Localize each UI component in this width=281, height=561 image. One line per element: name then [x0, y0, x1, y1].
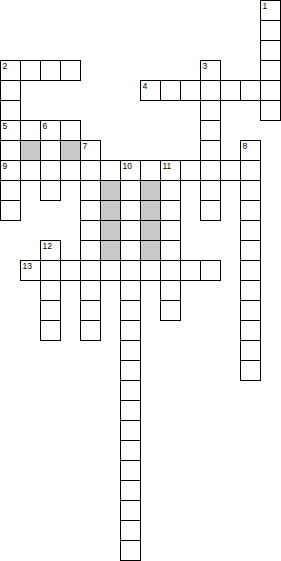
crossword-cell[interactable]	[200, 140, 221, 161]
crossword-cell[interactable]	[120, 480, 141, 501]
crossword-cell[interactable]	[260, 20, 281, 41]
crossword-cell[interactable]	[240, 360, 261, 381]
crossword-cell[interactable]	[240, 320, 261, 341]
crossword-cell[interactable]	[160, 180, 181, 201]
crossword-cell[interactable]	[260, 0, 281, 21]
crossword-cell[interactable]	[40, 180, 61, 201]
crossword-cell[interactable]	[100, 160, 121, 181]
crossword-cell[interactable]	[160, 260, 181, 281]
crossword-cell[interactable]	[40, 280, 61, 301]
crossword-cell[interactable]	[100, 260, 121, 281]
crossword-cell[interactable]	[120, 260, 141, 281]
crossword-cell[interactable]	[0, 140, 21, 161]
crossword-cell[interactable]	[80, 220, 101, 241]
crossword-cell[interactable]	[140, 160, 161, 181]
crossword-cell[interactable]	[120, 520, 141, 541]
crossword-cell[interactable]	[60, 120, 81, 141]
crossword-cell[interactable]	[140, 80, 161, 101]
shaded-cell[interactable]	[100, 180, 121, 201]
crossword-cell[interactable]	[260, 80, 281, 101]
shaded-cell[interactable]	[20, 140, 41, 161]
crossword-cell[interactable]	[260, 60, 281, 81]
crossword-cell[interactable]	[120, 220, 141, 241]
crossword-cell[interactable]	[140, 260, 161, 281]
crossword-cell[interactable]	[120, 440, 141, 461]
crossword-cell[interactable]	[0, 80, 21, 101]
crossword-cell[interactable]	[60, 160, 81, 181]
crossword-cell[interactable]	[200, 80, 221, 101]
crossword-cell[interactable]	[200, 160, 221, 181]
shaded-cell[interactable]	[140, 180, 161, 201]
crossword-cell[interactable]	[0, 180, 21, 201]
crossword-cell[interactable]	[240, 160, 261, 181]
crossword-cell[interactable]	[20, 160, 41, 181]
crossword-cell[interactable]	[40, 320, 61, 341]
crossword-cell[interactable]	[20, 60, 41, 81]
crossword-cell[interactable]	[120, 340, 141, 361]
shaded-cell[interactable]	[60, 140, 81, 161]
crossword-cell[interactable]	[200, 260, 221, 281]
crossword-cell[interactable]	[20, 260, 41, 281]
crossword-cell[interactable]	[40, 140, 61, 161]
crossword-cell[interactable]	[60, 60, 81, 81]
crossword-cell[interactable]	[240, 180, 261, 201]
crossword-cell[interactable]	[260, 40, 281, 61]
crossword-cell[interactable]	[160, 160, 181, 181]
shaded-cell[interactable]	[100, 220, 121, 241]
crossword-cell[interactable]	[220, 160, 241, 181]
crossword-cell[interactable]	[0, 200, 21, 221]
crossword-cell[interactable]	[120, 500, 141, 521]
crossword-cell[interactable]	[120, 240, 141, 261]
crossword-cell[interactable]	[120, 400, 141, 421]
crossword-cell[interactable]	[40, 160, 61, 181]
shaded-cell[interactable]	[140, 220, 161, 241]
crossword-cell[interactable]	[200, 60, 221, 81]
crossword-cell[interactable]	[80, 260, 101, 281]
crossword-cell[interactable]	[80, 200, 101, 221]
crossword-cell[interactable]	[120, 280, 141, 301]
crossword-cell[interactable]	[240, 140, 261, 161]
crossword-cell[interactable]	[40, 240, 61, 261]
crossword-cell[interactable]	[0, 160, 21, 181]
crossword-cell[interactable]	[120, 180, 141, 201]
crossword-cell[interactable]	[240, 280, 261, 301]
crossword-cell[interactable]	[40, 260, 61, 281]
crossword-cell[interactable]	[120, 160, 141, 181]
crossword-cell[interactable]	[200, 180, 221, 201]
crossword-cell[interactable]	[160, 200, 181, 221]
crossword-cell[interactable]	[20, 120, 41, 141]
crossword-cell[interactable]	[160, 280, 181, 301]
crossword-cell[interactable]	[80, 180, 101, 201]
crossword-cell[interactable]	[0, 100, 21, 121]
crossword-cell[interactable]	[0, 60, 21, 81]
crossword-cell[interactable]	[120, 460, 141, 481]
crossword-cell[interactable]	[120, 380, 141, 401]
crossword-cell[interactable]	[240, 260, 261, 281]
crossword-cell[interactable]	[180, 160, 201, 181]
crossword-cell[interactable]	[180, 260, 201, 281]
crossword-cell[interactable]	[160, 240, 181, 261]
crossword-cell[interactable]	[40, 60, 61, 81]
crossword-cell[interactable]	[60, 260, 81, 281]
crossword-cell[interactable]	[240, 200, 261, 221]
shaded-cell[interactable]	[100, 200, 121, 221]
crossword-cell[interactable]	[160, 220, 181, 241]
crossword-cell[interactable]	[0, 120, 21, 141]
crossword-cell[interactable]	[200, 100, 221, 121]
crossword-cell[interactable]	[240, 220, 261, 241]
crossword-cell[interactable]	[240, 340, 261, 361]
crossword-cell[interactable]	[80, 300, 101, 321]
crossword-cell[interactable]	[260, 100, 281, 121]
crossword-cell[interactable]	[40, 120, 61, 141]
crossword-cell[interactable]	[80, 240, 101, 261]
crossword-cell[interactable]	[180, 80, 201, 101]
crossword-cell[interactable]	[80, 280, 101, 301]
crossword-cell[interactable]	[240, 240, 261, 261]
crossword-cell[interactable]	[240, 300, 261, 321]
crossword-cell[interactable]	[120, 540, 141, 561]
crossword-cell[interactable]	[200, 120, 221, 141]
crossword-cell[interactable]	[120, 320, 141, 341]
crossword-cell[interactable]	[120, 360, 141, 381]
shaded-cell[interactable]	[100, 240, 121, 261]
crossword-cell[interactable]	[120, 420, 141, 441]
shaded-cell[interactable]	[140, 200, 161, 221]
crossword-cell[interactable]	[240, 80, 261, 101]
crossword-cell[interactable]	[160, 300, 181, 321]
crossword-cell[interactable]	[120, 200, 141, 221]
crossword-cell[interactable]	[220, 80, 241, 101]
crossword-cell[interactable]	[80, 320, 101, 341]
crossword-cell[interactable]	[40, 300, 61, 321]
crossword-cell[interactable]	[120, 300, 141, 321]
shaded-cell[interactable]	[140, 240, 161, 261]
crossword-cell[interactable]	[160, 80, 181, 101]
crossword-cell[interactable]	[80, 160, 101, 181]
crossword-board: 12345678910111213	[0, 0, 281, 561]
crossword-cell[interactable]	[200, 200, 221, 221]
crossword-cell[interactable]	[80, 140, 101, 161]
